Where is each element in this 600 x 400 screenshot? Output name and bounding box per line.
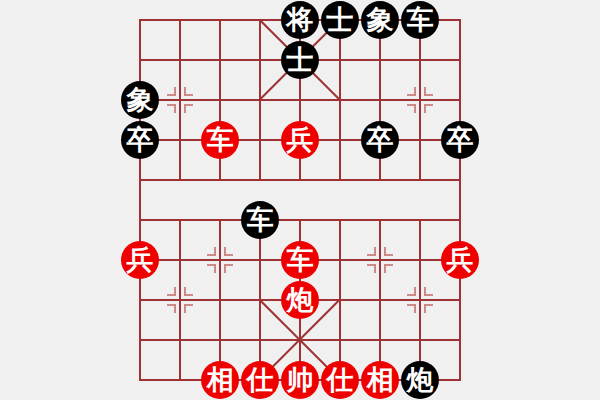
- piece-red-pawn[interactable]: 兵: [121, 241, 159, 279]
- piece-black-elephant[interactable]: 象: [121, 81, 159, 119]
- point-marker: [424, 87, 433, 96]
- piece-black-chariot[interactable]: 车: [401, 1, 439, 39]
- piece-black-chariot[interactable]: 车: [241, 201, 279, 239]
- point-marker: [167, 87, 176, 96]
- point-marker: [407, 87, 416, 96]
- piece-red-pawn[interactable]: 兵: [281, 121, 319, 159]
- point-marker: [367, 247, 376, 256]
- point-marker: [407, 104, 416, 113]
- grid-line-vertical: [219, 219, 221, 381]
- piece-red-cannon[interactable]: 炮: [281, 281, 319, 319]
- piece-red-advisor[interactable]: 仕: [321, 361, 359, 399]
- point-marker: [167, 304, 176, 313]
- piece-black-pawn[interactable]: 卒: [121, 121, 159, 159]
- point-marker: [407, 304, 416, 313]
- piece-red-elephant[interactable]: 相: [201, 361, 239, 399]
- grid-line-vertical: [459, 19, 461, 381]
- grid-line-vertical: [139, 19, 141, 381]
- piece-black-pawn[interactable]: 卒: [361, 121, 399, 159]
- point-marker: [424, 304, 433, 313]
- point-marker: [207, 264, 216, 273]
- point-marker: [224, 247, 233, 256]
- grid-line-vertical: [419, 219, 421, 381]
- grid-line-vertical: [379, 219, 381, 381]
- point-marker: [184, 287, 193, 296]
- piece-black-cannon[interactable]: 炮: [401, 361, 439, 399]
- piece-black-general[interactable]: 将: [281, 1, 319, 39]
- grid-line-vertical: [419, 19, 421, 181]
- xiangqi-game-screen: 将士象车士象卒车兵卒卒车兵车兵炮相仕帅仕相炮: [0, 0, 600, 400]
- point-marker: [424, 287, 433, 296]
- piece-black-advisor[interactable]: 士: [281, 41, 319, 79]
- piece-red-elephant[interactable]: 相: [361, 361, 399, 399]
- point-marker: [167, 287, 176, 296]
- piece-red-advisor[interactable]: 仕: [241, 361, 279, 399]
- point-marker: [207, 247, 216, 256]
- grid-line-vertical: [179, 19, 181, 181]
- point-marker: [384, 247, 393, 256]
- piece-black-pawn[interactable]: 卒: [441, 121, 479, 159]
- point-marker: [184, 87, 193, 96]
- piece-red-general[interactable]: 帅: [281, 361, 319, 399]
- point-marker: [184, 104, 193, 113]
- piece-red-pawn[interactable]: 兵: [441, 241, 479, 279]
- point-marker: [184, 304, 193, 313]
- point-marker: [384, 264, 393, 273]
- grid-line-vertical: [179, 219, 181, 381]
- piece-red-chariot[interactable]: 车: [281, 241, 319, 279]
- point-marker: [407, 287, 416, 296]
- piece-black-elephant[interactable]: 象: [361, 1, 399, 39]
- point-marker: [367, 264, 376, 273]
- point-marker: [424, 104, 433, 113]
- point-marker: [224, 264, 233, 273]
- piece-black-advisor[interactable]: 士: [321, 1, 359, 39]
- point-marker: [167, 104, 176, 113]
- xiangqi-board[interactable]: 将士象车士象卒车兵卒卒车兵车兵炮相仕帅仕相炮: [0, 0, 600, 400]
- piece-red-chariot[interactable]: 车: [201, 121, 239, 159]
